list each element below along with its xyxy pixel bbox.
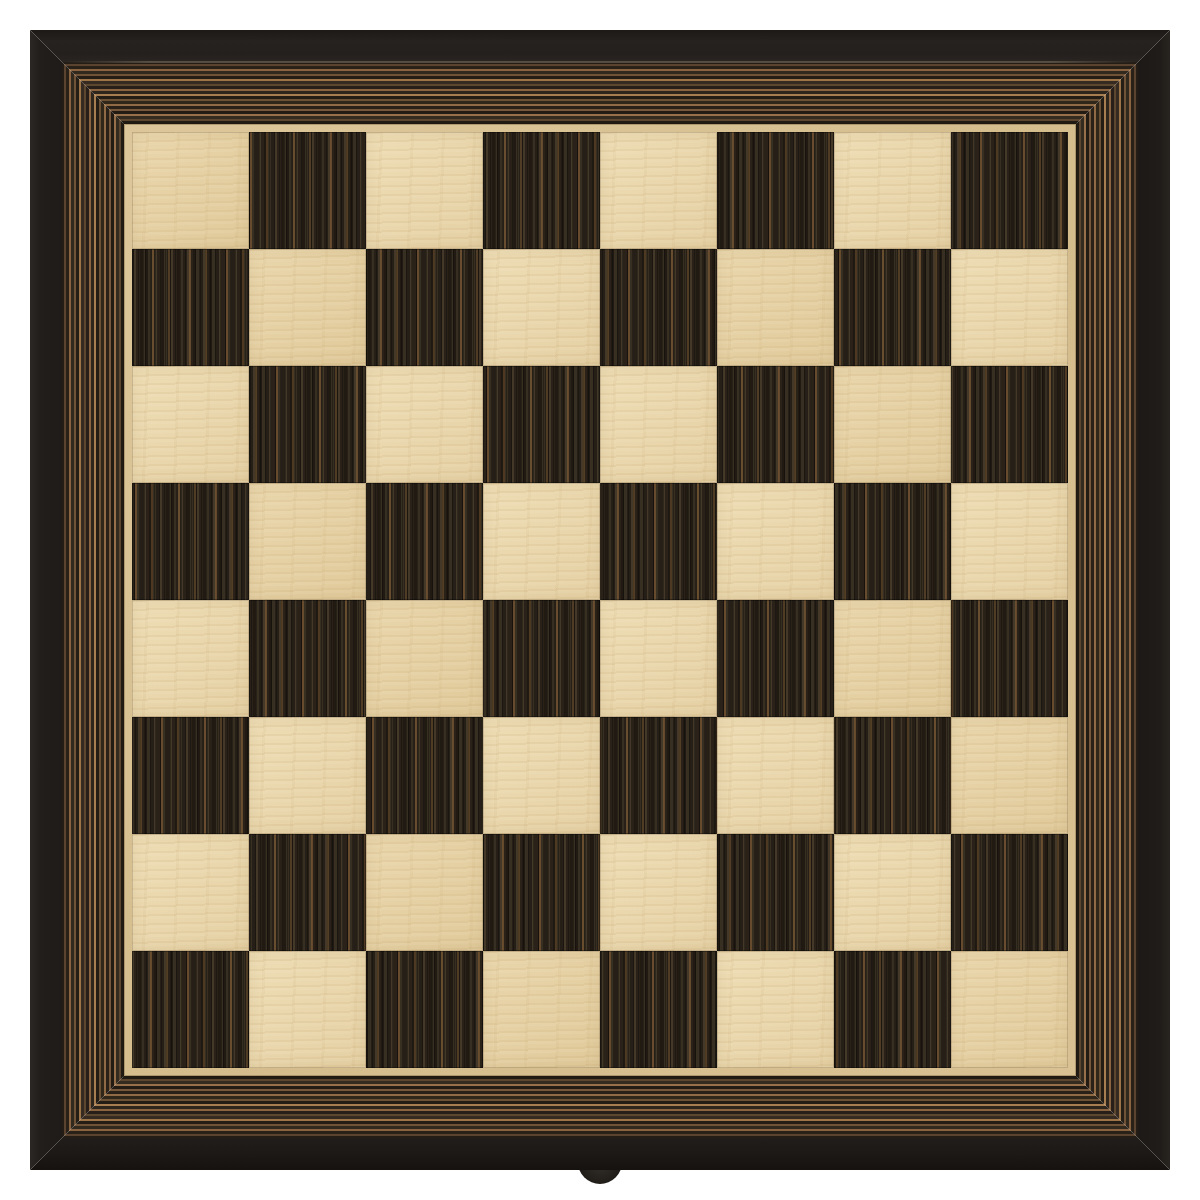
square-e5 [600, 483, 717, 600]
chess-board [132, 132, 1068, 1068]
square-c8 [366, 132, 483, 249]
square-e6 [600, 366, 717, 483]
square-h8 [951, 132, 1068, 249]
square-g6 [834, 366, 951, 483]
ebony-border-left [62, 62, 124, 1138]
square-b7 [249, 249, 366, 366]
square-b2 [249, 834, 366, 951]
square-c4 [366, 600, 483, 717]
outer-frame-right [1138, 30, 1170, 1170]
ebony-border-right [1076, 62, 1138, 1138]
square-d4 [483, 600, 600, 717]
square-b6 [249, 366, 366, 483]
outer-frame-bottom [30, 1138, 1170, 1170]
square-d6 [483, 366, 600, 483]
square-e8 [600, 132, 717, 249]
square-a2 [132, 834, 249, 951]
square-h4 [951, 600, 1068, 717]
outer-frame-left [30, 30, 62, 1170]
square-a8 [132, 132, 249, 249]
square-g3 [834, 717, 951, 834]
square-a4 [132, 600, 249, 717]
square-h7 [951, 249, 1068, 366]
square-h1 [951, 951, 1068, 1068]
square-f3 [717, 717, 834, 834]
square-g5 [834, 483, 951, 600]
square-c5 [366, 483, 483, 600]
ebony-border-bottom [62, 1076, 1138, 1138]
ebony-border-top [62, 62, 1138, 124]
square-f5 [717, 483, 834, 600]
square-f2 [717, 834, 834, 951]
square-b5 [249, 483, 366, 600]
square-d2 [483, 834, 600, 951]
square-f8 [717, 132, 834, 249]
square-a3 [132, 717, 249, 834]
square-g1 [834, 951, 951, 1068]
square-g7 [834, 249, 951, 366]
chessboard-product-photo [0, 0, 1200, 1200]
square-e4 [600, 600, 717, 717]
square-d5 [483, 483, 600, 600]
square-e7 [600, 249, 717, 366]
square-f6 [717, 366, 834, 483]
square-f1 [717, 951, 834, 1068]
frame-highlight-seam [64, 61, 1136, 63]
square-a5 [132, 483, 249, 600]
square-a6 [132, 366, 249, 483]
square-b1 [249, 951, 366, 1068]
square-h2 [951, 834, 1068, 951]
square-g8 [834, 132, 951, 249]
square-a1 [132, 951, 249, 1068]
square-d3 [483, 717, 600, 834]
outer-frame-top [30, 30, 1170, 62]
square-b8 [249, 132, 366, 249]
square-f7 [717, 249, 834, 366]
square-g2 [834, 834, 951, 951]
square-c7 [366, 249, 483, 366]
square-h6 [951, 366, 1068, 483]
square-c2 [366, 834, 483, 951]
square-c3 [366, 717, 483, 834]
square-c6 [366, 366, 483, 483]
square-f4 [717, 600, 834, 717]
square-d1 [483, 951, 600, 1068]
square-d7 [483, 249, 600, 366]
square-e2 [600, 834, 717, 951]
square-e1 [600, 951, 717, 1068]
square-b3 [249, 717, 366, 834]
square-a7 [132, 249, 249, 366]
square-h5 [951, 483, 1068, 600]
square-e3 [600, 717, 717, 834]
square-h3 [951, 717, 1068, 834]
square-d8 [483, 132, 600, 249]
square-b4 [249, 600, 366, 717]
square-c1 [366, 951, 483, 1068]
square-g4 [834, 600, 951, 717]
